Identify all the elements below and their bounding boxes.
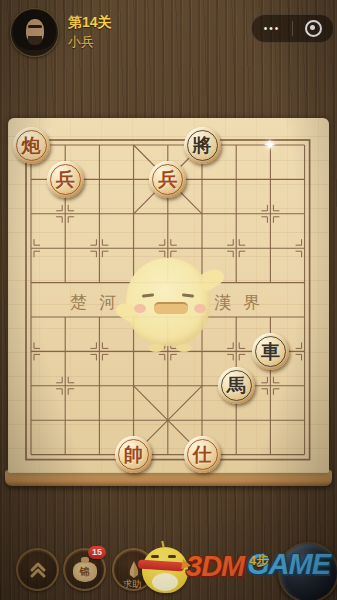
piece-red-炮[interactable]: 炮 <box>13 127 50 164</box>
piece-glyph: 將 <box>193 127 212 164</box>
piece-glyph: 車 <box>261 333 280 370</box>
steps-counter: 4步 <box>249 552 269 570</box>
mascot-sprout <box>161 541 164 548</box>
more-button[interactable]: ••• <box>252 15 292 42</box>
circle-dot-icon <box>305 20 322 37</box>
avatar-beard <box>28 36 42 45</box>
bag-label: 锦 <box>80 565 90 579</box>
miniprogram-capsule: ••• <box>251 14 334 43</box>
money-bag-icon: 锦 <box>73 562 97 582</box>
piece-black-馬[interactable]: 馬 <box>218 367 255 404</box>
level-subtitle: 小兵 <box>68 33 94 51</box>
watermark-3dm: 3DM <box>186 550 244 583</box>
xiangqi-board[interactable]: 楚河 漢界 ✦ 炮將兵兵車馬帥仕 <box>8 118 329 473</box>
close-minimize-button[interactable] <box>293 15 333 42</box>
mascot-blush <box>194 304 206 313</box>
mascot-eye <box>151 555 159 558</box>
piece-red-兵[interactable]: 兵 <box>47 161 84 198</box>
player-avatar[interactable] <box>10 8 59 57</box>
river-label-right: 漢界 <box>214 291 272 314</box>
piece-black-將[interactable]: 將 <box>184 127 221 164</box>
mascot-foot <box>176 344 192 352</box>
sparkle-effect: ✦ <box>263 136 276 154</box>
mascot-eye <box>168 555 176 558</box>
mascot-foot <box>148 344 164 352</box>
piece-red-兵[interactable]: 兵 <box>149 161 186 198</box>
piece-glyph: 馬 <box>227 367 246 404</box>
piece-glyph: 兵 <box>56 161 75 198</box>
app-background: 第14关 小兵 ••• 楚河 漢界 ✦ 炮將兵兵車馬帥仕 <box>0 0 337 600</box>
mascot-belly <box>152 573 178 591</box>
piece-glyph: 炮 <box>22 127 41 164</box>
mascot-beak <box>154 302 188 314</box>
piece-glyph: 兵 <box>158 161 177 198</box>
level-title: 第14关 <box>68 14 112 32</box>
chevrons-up-icon <box>28 561 48 579</box>
piece-red-帥[interactable]: 帥 <box>115 436 152 473</box>
piece-glyph: 仕 <box>193 436 212 473</box>
piece-red-仕[interactable]: 仕 <box>184 436 221 473</box>
avatar-brow <box>28 25 42 28</box>
bag-count-badge: 15 <box>88 546 106 559</box>
collapse-button[interactable] <box>16 548 59 591</box>
piece-black-車[interactable]: 車 <box>252 333 289 370</box>
more-icon: ••• <box>264 24 281 34</box>
mascot-watermark-board <box>120 252 220 350</box>
piece-glyph: 帥 <box>124 436 143 473</box>
mascot-blush <box>134 304 146 313</box>
